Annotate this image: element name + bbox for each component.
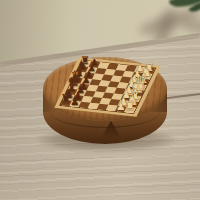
board-square[interactable] [124, 107, 136, 114]
photo-scene: ♜♟♞♟♟♜♝♟♟♞♛♟♟♝♚♟♟♛♝♟♟♚♞♟♟♝♜♟♟♞♟♜ [0, 0, 200, 200]
board-grid [60, 60, 155, 113]
branch-shadow [182, 20, 200, 34]
